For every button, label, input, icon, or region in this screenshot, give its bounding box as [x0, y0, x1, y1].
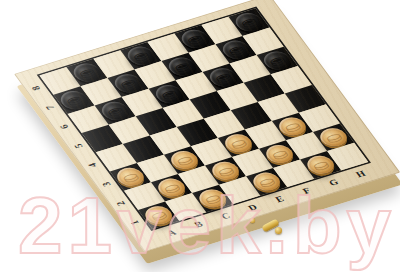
file-label-E: E: [273, 194, 285, 204]
rank-label-3: 3: [99, 181, 112, 188]
scene: ⛂⛂⛂⛂⛂⛂⛂⛂⛂⛂⛂⛂⛀⛀⛀⛀⛀⛀⛀⛀⛀⛀⛀⛀ 12345678 ABCDEF…: [0, 0, 400, 272]
board: ⛂⛂⛂⛂⛂⛂⛂⛂⛂⛂⛂⛂⛀⛀⛀⛀⛀⛀⛀⛀⛀⛀⛀⛀ 12345678 ABCDEF…: [14, 0, 400, 252]
latch-pin-icon: [250, 218, 255, 223]
file-label-H: H: [354, 169, 367, 179]
rank-label-7: 7: [43, 104, 56, 111]
file-label-A: A: [165, 228, 178, 238]
latch-knob-icon: [275, 227, 282, 234]
rank-label-2: 2: [114, 200, 127, 207]
rank-label-6: 6: [57, 123, 70, 130]
rank-label-8: 8: [29, 85, 42, 92]
file-label-F: F: [301, 186, 313, 196]
file-label-D: D: [246, 202, 259, 212]
file-label-C: C: [219, 211, 232, 221]
rank-label-4: 4: [85, 162, 98, 169]
playing-grid: ⛂⛂⛂⛂⛂⛂⛂⛂⛂⛂⛂⛂⛀⛀⛀⛀⛀⛀⛀⛀⛀⛀⛀⛀: [39, 8, 368, 229]
rank-label-5: 5: [71, 143, 84, 150]
file-label-G: G: [327, 177, 340, 187]
file-label-B: B: [192, 219, 204, 229]
rank-label-1: 1: [128, 219, 141, 226]
